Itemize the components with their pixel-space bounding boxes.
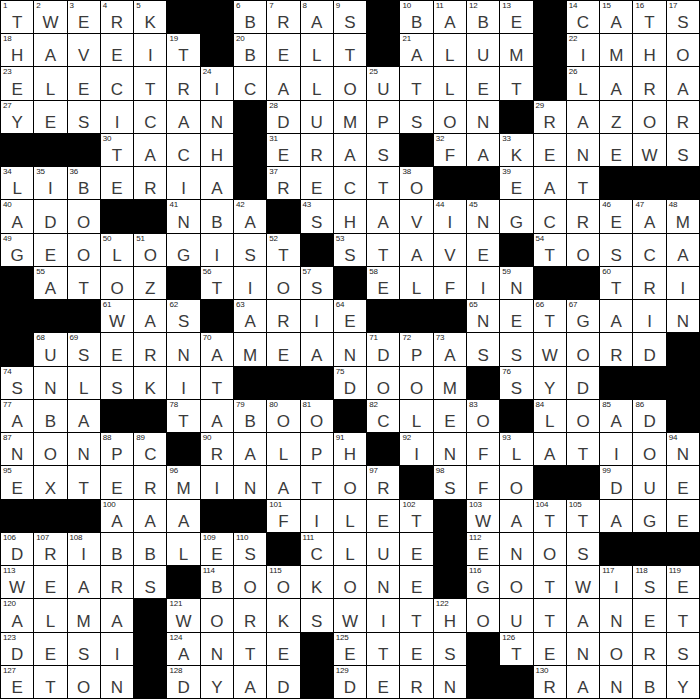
crossword-cell[interactable]: 82C — [367, 400, 399, 432]
crossword-cell[interactable]: K — [267, 599, 299, 631]
crossword-cell[interactable]: O — [267, 267, 299, 299]
crossword-cell[interactable]: 64E — [334, 300, 366, 332]
crossword-cell[interactable]: E — [34, 566, 66, 598]
crossword-cell[interactable]: 102T — [400, 500, 432, 532]
crossword-cell[interactable]: G — [167, 234, 199, 266]
crossword-cell[interactable]: 26L — [567, 67, 599, 99]
crossword-cell[interactable]: C — [134, 101, 166, 133]
crossword-cell[interactable]: 106D — [1, 533, 33, 565]
crossword-cell[interactable]: T — [367, 234, 399, 266]
crossword-cell[interactable]: 8A — [301, 1, 333, 33]
crossword-cell[interactable]: V — [400, 200, 432, 232]
crossword-cell[interactable]: 61W — [101, 300, 133, 332]
crossword-cell[interactable]: 75D — [334, 367, 366, 399]
crossword-cell[interactable]: A — [600, 300, 632, 332]
crossword-cell[interactable]: R — [134, 167, 166, 199]
crossword-cell[interactable]: A — [201, 400, 233, 432]
crossword-cell[interactable]: S — [567, 533, 599, 565]
crossword-cell[interactable]: 18H — [1, 34, 33, 66]
crossword-cell[interactable]: 36B — [68, 167, 100, 199]
crossword-cell[interactable]: 4R — [101, 1, 133, 33]
crossword-cell[interactable]: Y — [667, 666, 699, 698]
crossword-cell[interactable]: 71D — [367, 333, 399, 365]
crossword-cell[interactable]: 94N — [667, 433, 699, 465]
crossword-cell[interactable]: T — [234, 633, 266, 665]
crossword-cell[interactable]: O — [234, 566, 266, 598]
crossword-cell[interactable]: A — [267, 466, 299, 498]
crossword-cell[interactable]: T — [34, 666, 66, 698]
crossword-cell[interactable]: N — [201, 633, 233, 665]
crossword-cell[interactable]: A — [267, 67, 299, 99]
crossword-cell[interactable]: 123D — [1, 633, 33, 665]
crossword-cell[interactable]: 112E — [467, 533, 499, 565]
crossword-cell[interactable]: A — [567, 599, 599, 631]
crossword-cell[interactable]: S — [434, 633, 466, 665]
crossword-cell[interactable]: W — [334, 599, 366, 631]
crossword-cell[interactable]: 52T — [267, 234, 299, 266]
crossword-cell[interactable]: M — [334, 101, 366, 133]
crossword-cell[interactable]: R — [167, 67, 199, 99]
crossword-cell[interactable]: 85A — [600, 400, 632, 432]
crossword-cell[interactable]: D — [34, 200, 66, 232]
crossword-cell[interactable]: 119E — [667, 566, 699, 598]
crossword-cell[interactable]: S — [68, 633, 100, 665]
crossword-cell[interactable]: I — [134, 34, 166, 66]
crossword-cell[interactable]: O — [633, 433, 665, 465]
crossword-cell[interactable]: S — [101, 367, 133, 399]
crossword-cell[interactable]: 93L — [500, 433, 532, 465]
crossword-cell[interactable]: 9S — [334, 1, 366, 33]
crossword-cell[interactable]: 25U — [367, 67, 399, 99]
crossword-cell[interactable]: 100A — [101, 500, 133, 532]
crossword-cell[interactable]: R — [567, 200, 599, 232]
crossword-cell[interactable]: 46E — [600, 200, 632, 232]
crossword-cell[interactable]: T — [201, 367, 233, 399]
crossword-cell[interactable]: 38O — [400, 167, 432, 199]
crossword-cell[interactable]: R — [667, 101, 699, 133]
crossword-cell[interactable]: I — [667, 267, 699, 299]
crossword-cell[interactable]: U — [367, 533, 399, 565]
crossword-cell[interactable]: G — [633, 500, 665, 532]
crossword-cell[interactable]: F — [434, 267, 466, 299]
crossword-cell[interactable]: 77A — [1, 400, 33, 432]
crossword-cell[interactable]: M — [500, 34, 532, 66]
crossword-cell[interactable]: R — [301, 134, 333, 166]
crossword-cell[interactable]: S — [234, 234, 266, 266]
crossword-cell[interactable]: A — [167, 500, 199, 532]
crossword-cell[interactable]: Z — [600, 101, 632, 133]
crossword-cell[interactable]: 54T — [534, 234, 566, 266]
crossword-cell[interactable]: X — [34, 466, 66, 498]
crossword-cell[interactable]: H — [201, 134, 233, 166]
crossword-cell[interactable]: N — [667, 300, 699, 332]
crossword-cell[interactable]: Y — [534, 367, 566, 399]
crossword-cell[interactable]: 86D — [633, 400, 665, 432]
crossword-cell[interactable]: O — [467, 599, 499, 631]
crossword-cell[interactable]: 98S — [434, 466, 466, 498]
crossword-cell[interactable]: I — [167, 167, 199, 199]
crossword-cell[interactable]: L — [434, 34, 466, 66]
crossword-cell[interactable]: O — [567, 234, 599, 266]
crossword-cell[interactable]: A — [600, 500, 632, 532]
crossword-cell[interactable]: N — [500, 533, 532, 565]
crossword-cell[interactable]: O — [500, 466, 532, 498]
crossword-cell[interactable]: 49G — [1, 234, 33, 266]
crossword-cell[interactable]: 55A — [34, 267, 66, 299]
crossword-cell[interactable]: 23E — [1, 67, 33, 99]
crossword-cell[interactable]: 16T — [633, 1, 665, 33]
crossword-cell[interactable]: I — [101, 633, 133, 665]
crossword-cell[interactable]: A — [234, 666, 266, 698]
crossword-cell[interactable]: O — [567, 333, 599, 365]
crossword-cell[interactable]: R — [134, 466, 166, 498]
crossword-cell[interactable]: P — [367, 101, 399, 133]
crossword-cell[interactable]: 13E — [500, 1, 532, 33]
crossword-cell[interactable]: C — [234, 67, 266, 99]
crossword-cell[interactable]: A — [301, 333, 333, 365]
crossword-cell[interactable]: E — [101, 333, 133, 365]
crossword-cell[interactable]: A — [68, 400, 100, 432]
crossword-cell[interactable]: 66T — [534, 300, 566, 332]
crossword-cell[interactable]: A — [134, 300, 166, 332]
crossword-cell[interactable]: O — [201, 599, 233, 631]
crossword-cell[interactable]: Y — [201, 666, 233, 698]
crossword-cell[interactable]: Z — [134, 267, 166, 299]
crossword-cell[interactable]: C — [101, 67, 133, 99]
crossword-cell[interactable]: O — [34, 433, 66, 465]
crossword-cell[interactable]: 32F — [434, 134, 466, 166]
crossword-cell[interactable]: 40A — [1, 200, 33, 232]
crossword-cell[interactable]: V — [434, 234, 466, 266]
crossword-cell[interactable]: E — [667, 500, 699, 532]
crossword-cell[interactable]: 69S — [68, 333, 100, 365]
crossword-cell[interactable]: I — [167, 367, 199, 399]
crossword-cell[interactable]: O — [567, 400, 599, 432]
crossword-cell[interactable]: O — [367, 367, 399, 399]
crossword-cell[interactable]: 63A — [234, 300, 266, 332]
crossword-cell[interactable]: N — [334, 333, 366, 365]
crossword-cell[interactable]: 83O — [467, 400, 499, 432]
crossword-cell[interactable]: B — [633, 666, 665, 698]
crossword-cell[interactable]: 27Y — [1, 101, 33, 133]
crossword-cell[interactable]: S — [667, 633, 699, 665]
crossword-cell[interactable]: S — [367, 134, 399, 166]
crossword-cell[interactable]: S — [68, 101, 100, 133]
crossword-cell[interactable]: 24I — [201, 67, 233, 99]
crossword-cell[interactable]: 90R — [201, 433, 233, 465]
crossword-cell[interactable]: 5K — [134, 1, 166, 33]
crossword-cell[interactable]: T — [68, 466, 100, 498]
crossword-cell[interactable]: S — [400, 101, 432, 133]
crossword-cell[interactable]: N — [68, 433, 100, 465]
crossword-cell[interactable]: 19T — [167, 34, 199, 66]
crossword-cell[interactable]: E — [467, 67, 499, 99]
crossword-cell[interactable]: O — [334, 466, 366, 498]
crossword-cell[interactable]: I — [201, 234, 233, 266]
crossword-cell[interactable]: 56T — [201, 267, 233, 299]
crossword-cell[interactable]: A — [667, 234, 699, 266]
crossword-cell[interactable]: E — [101, 167, 133, 199]
crossword-cell[interactable]: 128D — [167, 666, 199, 698]
crossword-cell[interactable]: T — [500, 67, 532, 99]
crossword-cell[interactable]: O — [534, 533, 566, 565]
crossword-cell[interactable]: N — [201, 101, 233, 133]
crossword-cell[interactable]: 105T — [567, 500, 599, 532]
crossword-cell[interactable]: R — [134, 333, 166, 365]
crossword-cell[interactable]: N — [367, 566, 399, 598]
crossword-cell[interactable]: N — [600, 599, 632, 631]
crossword-cell[interactable]: O — [334, 566, 366, 598]
crossword-cell[interactable]: 108I — [68, 533, 100, 565]
crossword-cell[interactable]: 28D — [267, 101, 299, 133]
crossword-cell[interactable]: T — [68, 267, 100, 299]
crossword-cell[interactable]: 67G — [567, 300, 599, 332]
crossword-cell[interactable]: 126T — [500, 633, 532, 665]
crossword-cell[interactable]: W — [633, 134, 665, 166]
crossword-cell[interactable]: T — [400, 67, 432, 99]
crossword-cell[interactable]: E — [633, 599, 665, 631]
crossword-cell[interactable]: 31E — [267, 134, 299, 166]
crossword-cell[interactable]: O — [334, 67, 366, 99]
crossword-cell[interactable]: L — [34, 67, 66, 99]
crossword-cell[interactable]: N — [34, 367, 66, 399]
crossword-cell[interactable]: O — [633, 101, 665, 133]
crossword-cell[interactable]: W — [567, 566, 599, 598]
crossword-cell[interactable]: 117I — [600, 566, 632, 598]
crossword-cell[interactable]: 1T — [1, 1, 33, 33]
crossword-cell[interactable]: L — [301, 67, 333, 99]
crossword-cell[interactable]: A — [68, 566, 100, 598]
crossword-cell[interactable]: M — [68, 599, 100, 631]
crossword-cell[interactable]: 41N — [167, 200, 199, 232]
crossword-cell[interactable]: 76S — [500, 367, 532, 399]
crossword-cell[interactable]: E — [101, 466, 133, 498]
crossword-cell[interactable]: E — [68, 67, 100, 99]
crossword-cell[interactable]: 68U — [34, 333, 66, 365]
crossword-cell[interactable]: I — [633, 300, 665, 332]
crossword-cell[interactable]: R — [234, 599, 266, 631]
crossword-cell[interactable]: 15A — [600, 1, 632, 33]
crossword-cell[interactable]: N — [101, 666, 133, 698]
crossword-cell[interactable]: 51O — [134, 234, 166, 266]
crossword-cell[interactable]: 60T — [600, 267, 632, 299]
crossword-cell[interactable]: 109E — [201, 533, 233, 565]
crossword-cell[interactable]: A — [400, 234, 432, 266]
crossword-cell[interactable]: 124A — [167, 633, 199, 665]
crossword-cell[interactable]: W — [534, 333, 566, 365]
crossword-cell[interactable]: G — [500, 200, 532, 232]
crossword-cell[interactable]: 73A — [434, 333, 466, 365]
crossword-cell[interactable]: A — [567, 101, 599, 133]
crossword-cell[interactable]: 58E — [367, 267, 399, 299]
crossword-cell[interactable]: T — [334, 34, 366, 66]
crossword-cell[interactable]: R — [633, 267, 665, 299]
crossword-cell[interactable]: 78T — [167, 400, 199, 432]
crossword-cell[interactable]: 89C — [134, 433, 166, 465]
crossword-cell[interactable]: 118S — [633, 566, 665, 598]
crossword-cell[interactable]: L — [167, 533, 199, 565]
crossword-cell[interactable]: E — [500, 300, 532, 332]
crossword-cell[interactable]: 53S — [334, 234, 366, 266]
crossword-cell[interactable]: E — [400, 533, 432, 565]
crossword-cell[interactable]: 101F — [267, 500, 299, 532]
crossword-cell[interactable]: 70A — [201, 333, 233, 365]
crossword-cell[interactable]: 7R — [267, 1, 299, 33]
crossword-cell[interactable]: 97R — [367, 466, 399, 498]
crossword-cell[interactable]: F — [467, 466, 499, 498]
crossword-cell[interactable]: A — [567, 666, 599, 698]
crossword-cell[interactable]: K — [134, 367, 166, 399]
crossword-cell[interactable]: S — [467, 333, 499, 365]
crossword-cell[interactable]: E — [34, 234, 66, 266]
crossword-cell[interactable]: A — [134, 500, 166, 532]
crossword-cell[interactable]: 43S — [301, 200, 333, 232]
crossword-cell[interactable]: 104T — [534, 500, 566, 532]
crossword-cell[interactable]: D — [567, 367, 599, 399]
crossword-cell[interactable]: N — [434, 666, 466, 698]
crossword-cell[interactable]: I — [201, 466, 233, 498]
crossword-cell[interactable]: 116G — [467, 566, 499, 598]
crossword-cell[interactable]: O — [434, 101, 466, 133]
crossword-cell[interactable]: A — [34, 34, 66, 66]
crossword-cell[interactable]: 39E — [500, 167, 532, 199]
crossword-cell[interactable]: 20B — [234, 34, 266, 66]
crossword-cell[interactable]: T — [301, 466, 333, 498]
crossword-cell[interactable]: B — [101, 533, 133, 565]
crossword-cell[interactable]: B — [134, 533, 166, 565]
crossword-cell[interactable]: 37R — [267, 167, 299, 199]
crossword-cell[interactable]: O — [101, 267, 133, 299]
crossword-cell[interactable]: L — [434, 67, 466, 99]
crossword-cell[interactable]: E — [367, 500, 399, 532]
crossword-cell[interactable]: 33K — [500, 134, 532, 166]
crossword-cell[interactable]: 111C — [301, 533, 333, 565]
crossword-cell[interactable]: 120A — [1, 599, 33, 631]
crossword-cell[interactable]: L — [34, 599, 66, 631]
crossword-cell[interactable]: L — [301, 34, 333, 66]
crossword-cell[interactable]: 29R — [534, 101, 566, 133]
crossword-cell[interactable]: A — [600, 67, 632, 99]
crossword-cell[interactable]: U — [633, 466, 665, 498]
crossword-cell[interactable]: 72P — [400, 333, 432, 365]
crossword-cell[interactable]: 115O — [267, 566, 299, 598]
crossword-cell[interactable]: 113W — [1, 566, 33, 598]
crossword-cell[interactable]: 47A — [633, 200, 665, 232]
crossword-cell[interactable]: 125E — [334, 633, 366, 665]
crossword-cell[interactable]: 65N — [467, 300, 499, 332]
crossword-cell[interactable]: B — [201, 200, 233, 232]
crossword-cell[interactable]: 88P — [101, 433, 133, 465]
crossword-cell[interactable]: O — [667, 34, 699, 66]
crossword-cell[interactable]: 81O — [301, 400, 333, 432]
crossword-cell[interactable]: L — [267, 433, 299, 465]
crossword-cell[interactable]: I — [234, 267, 266, 299]
crossword-cell[interactable]: T — [534, 566, 566, 598]
crossword-cell[interactable]: 50L — [101, 234, 133, 266]
crossword-cell[interactable]: O — [68, 234, 100, 266]
crossword-cell[interactable]: 91H — [334, 433, 366, 465]
crossword-cell[interactable]: N — [167, 333, 199, 365]
crossword-cell[interactable]: 96M — [167, 466, 199, 498]
crossword-cell[interactable]: 121W — [167, 599, 199, 631]
crossword-cell[interactable]: 80O — [267, 400, 299, 432]
crossword-cell[interactable]: A — [167, 101, 199, 133]
crossword-cell[interactable]: E — [600, 134, 632, 166]
crossword-cell[interactable]: U — [500, 599, 532, 631]
crossword-cell[interactable]: E — [301, 167, 333, 199]
crossword-cell[interactable]: 42A — [234, 200, 266, 232]
crossword-cell[interactable]: S — [500, 333, 532, 365]
crossword-cell[interactable]: M — [234, 333, 266, 365]
crossword-cell[interactable]: 30T — [101, 134, 133, 166]
crossword-cell[interactable]: H — [633, 34, 665, 66]
crossword-cell[interactable]: E — [400, 566, 432, 598]
crossword-cell[interactable]: 130R — [534, 666, 566, 698]
crossword-cell[interactable]: E — [534, 134, 566, 166]
crossword-cell[interactable]: E — [34, 633, 66, 665]
crossword-cell[interactable]: T — [567, 167, 599, 199]
crossword-cell[interactable]: C — [633, 234, 665, 266]
crossword-cell[interactable]: T — [400, 599, 432, 631]
crossword-cell[interactable]: 74S — [1, 367, 33, 399]
crossword-cell[interactable]: N — [567, 134, 599, 166]
crossword-cell[interactable]: 44I — [434, 200, 466, 232]
crossword-cell[interactable]: M — [600, 34, 632, 66]
crossword-cell[interactable]: N — [567, 633, 599, 665]
crossword-cell[interactable]: O — [600, 633, 632, 665]
crossword-cell[interactable]: E — [667, 466, 699, 498]
crossword-cell[interactable]: B — [34, 400, 66, 432]
crossword-cell[interactable]: R — [633, 67, 665, 99]
crossword-cell[interactable]: A — [467, 134, 499, 166]
crossword-cell[interactable]: C — [534, 200, 566, 232]
crossword-cell[interactable]: R — [101, 566, 133, 598]
crossword-cell[interactable]: 6B — [234, 1, 266, 33]
crossword-cell[interactable]: N — [434, 433, 466, 465]
crossword-cell[interactable]: A — [534, 433, 566, 465]
crossword-cell[interactable]: 59N — [500, 267, 532, 299]
crossword-cell[interactable]: K — [301, 566, 333, 598]
crossword-cell[interactable]: A — [367, 200, 399, 232]
crossword-cell[interactable]: 10B — [400, 1, 432, 33]
crossword-cell[interactable]: 45N — [467, 200, 499, 232]
crossword-cell[interactable]: 17S — [667, 1, 699, 33]
crossword-cell[interactable]: T — [567, 433, 599, 465]
crossword-cell[interactable]: E — [367, 666, 399, 698]
crossword-cell[interactable]: E — [434, 400, 466, 432]
crossword-cell[interactable]: C — [334, 167, 366, 199]
crossword-cell[interactable]: L — [334, 500, 366, 532]
crossword-cell[interactable]: 22I — [567, 34, 599, 66]
crossword-cell[interactable]: E — [400, 633, 432, 665]
crossword-cell[interactable]: 122H — [434, 599, 466, 631]
crossword-cell[interactable]: O — [500, 566, 532, 598]
crossword-cell[interactable]: 35I — [34, 167, 66, 199]
crossword-cell[interactable]: C — [167, 134, 199, 166]
crossword-cell[interactable]: T — [134, 67, 166, 99]
crossword-cell[interactable]: R — [400, 666, 432, 698]
crossword-cell[interactable]: N — [600, 666, 632, 698]
crossword-cell[interactable]: R — [267, 300, 299, 332]
crossword-cell[interactable]: E — [34, 101, 66, 133]
crossword-cell[interactable]: 84L — [534, 400, 566, 432]
crossword-cell[interactable]: D — [267, 666, 299, 698]
crossword-cell[interactable]: 12B — [467, 1, 499, 33]
crossword-cell[interactable]: E — [467, 234, 499, 266]
crossword-cell[interactable]: P — [301, 433, 333, 465]
crossword-cell[interactable]: T — [667, 599, 699, 631]
crossword-cell[interactable]: T — [367, 633, 399, 665]
